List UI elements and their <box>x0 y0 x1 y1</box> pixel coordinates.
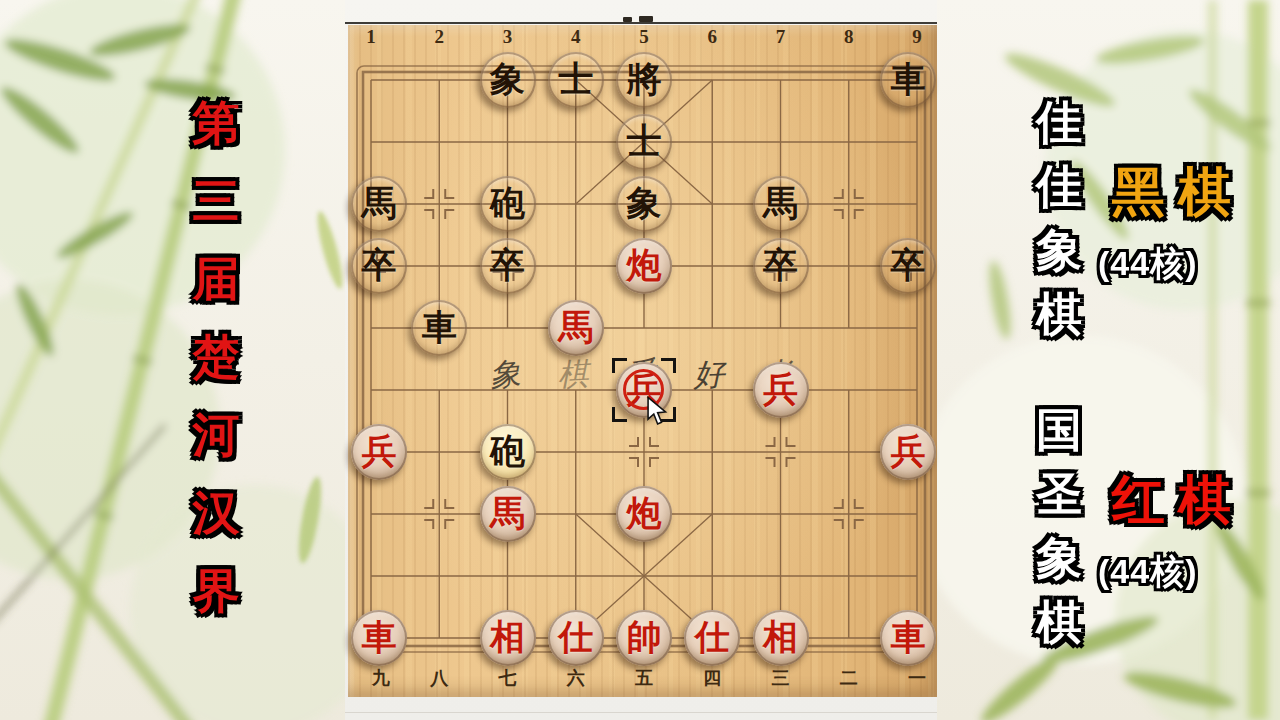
xiangqi-piece-red[interactable]: 車 <box>880 610 936 666</box>
piece-glyph: 車 <box>362 620 397 655</box>
file-label-bottom: 四 <box>703 666 721 690</box>
video-top-edge <box>345 22 937 24</box>
file-label-top: 8 <box>844 26 854 48</box>
piece-glyph: 士 <box>558 62 593 97</box>
xiangqi-piece-black[interactable]: 馬 <box>753 176 809 232</box>
piece-glyph: 炮 <box>627 248 662 283</box>
file-label-bottom: 五 <box>635 666 653 690</box>
engine-name-char: 棋 <box>1036 599 1082 645</box>
xiangqi-piece-red[interactable]: 相 <box>753 610 809 666</box>
xiangqi-piece-black[interactable]: 砲 <box>480 176 536 232</box>
file-label-top: 5 <box>639 26 649 48</box>
piece-glyph: 車 <box>891 62 926 97</box>
file-label-bottom: 一 <box>908 666 926 690</box>
file-label-top: 6 <box>708 26 718 48</box>
xiangqi-piece-red[interactable]: 馬 <box>480 486 536 542</box>
xiangqi-piece-black[interactable]: 卒 <box>351 238 407 294</box>
file-label-bottom: 八 <box>430 666 448 690</box>
xiangqi-piece-black[interactable]: 砲 <box>480 424 536 480</box>
broadcast-frame: 123456789 九八七六五四三二一 象棋爱好者 象士將車士馬砲象馬卒卒炮卒卒… <box>0 0 1280 720</box>
black-engine-name: 佳佳象棋 <box>1033 99 1085 337</box>
cropped-caption-fragment <box>623 17 632 22</box>
event-title-char: 河 <box>193 411 240 458</box>
file-label-bottom: 二 <box>840 666 858 690</box>
file-label-top: 2 <box>435 26 445 48</box>
piece-glyph: 士 <box>627 124 662 159</box>
selection-bracket-corner <box>661 358 676 373</box>
event-title-char: 汉 <box>193 489 240 536</box>
event-title-char: 界 <box>193 567 240 614</box>
xiangqi-piece-black[interactable]: 象 <box>616 176 672 232</box>
xiangqi-piece-black[interactable]: 士 <box>616 114 672 170</box>
file-label-bottom: 九 <box>372 666 390 690</box>
piece-glyph: 馬 <box>362 186 397 221</box>
xiangqi-piece-red[interactable]: 炮 <box>616 486 672 542</box>
xiangqi-piece-black[interactable]: 卒 <box>880 238 936 294</box>
xiangqi-piece-black[interactable]: 象 <box>480 52 536 108</box>
piece-glyph: 卒 <box>490 248 525 283</box>
file-label-top: 9 <box>912 26 922 48</box>
red-engine-name: 国圣象棋 <box>1033 407 1085 645</box>
xiangqi-piece-red[interactable]: 仕 <box>548 610 604 666</box>
engine-name-char: 圣 <box>1036 471 1082 517</box>
xiangqi-piece-red[interactable]: 兵 <box>753 362 809 418</box>
piece-glyph: 卒 <box>891 248 926 283</box>
file-label-top: 3 <box>503 26 513 48</box>
red-engine-cores: (44核) <box>1098 549 1197 595</box>
event-title-char: 届 <box>193 255 240 302</box>
piece-glyph: 帥 <box>627 620 662 655</box>
piece-glyph: 仕 <box>558 620 593 655</box>
piece-glyph: 相 <box>490 620 525 655</box>
xiangqi-piece-red[interactable]: 相 <box>480 610 536 666</box>
xiangqi-piece-black[interactable]: 車 <box>880 52 936 108</box>
mouse-cursor <box>646 396 668 426</box>
river-watermark-char: 好 <box>693 353 725 396</box>
cropped-caption-fragment <box>639 16 653 22</box>
piece-glyph: 砲 <box>490 434 525 469</box>
xiangqi-piece-black[interactable]: 士 <box>548 52 604 108</box>
black-side-label: 黑棋 <box>1112 157 1244 229</box>
piece-glyph: 相 <box>763 620 798 655</box>
engine-name-char: 国 <box>1036 407 1082 453</box>
piece-glyph: 兵 <box>763 372 798 407</box>
xiangqi-piece-black[interactable]: 卒 <box>480 238 536 294</box>
piece-glyph: 象 <box>627 186 662 221</box>
piece-glyph: 兵 <box>891 434 926 469</box>
black-engine-cores: (44核) <box>1098 241 1197 287</box>
engine-name-char: 棋 <box>1036 291 1082 337</box>
event-title-char: 楚 <box>193 333 240 380</box>
piece-glyph: 車 <box>422 310 457 345</box>
xiangqi-piece-red[interactable]: 帥 <box>616 610 672 666</box>
river-watermark-char: 棋 <box>556 353 589 397</box>
piece-glyph: 兵 <box>362 434 397 469</box>
xiangqi-piece-red[interactable]: 兵 <box>351 424 407 480</box>
piece-glyph: 仕 <box>695 620 730 655</box>
event-title-banner: 第三届楚河汉界 <box>189 99 243 614</box>
file-label-bottom: 三 <box>772 666 790 690</box>
piece-glyph: 車 <box>891 620 926 655</box>
engine-name-char: 佳 <box>1036 99 1082 145</box>
xiangqi-piece-black[interactable]: 將 <box>616 52 672 108</box>
xiangqi-piece-black[interactable]: 車 <box>411 300 467 356</box>
file-label-bottom: 六 <box>567 666 585 690</box>
xiangqi-piece-red[interactable]: 仕 <box>684 610 740 666</box>
piece-glyph: 將 <box>627 62 662 97</box>
piece-glyph: 馬 <box>763 186 798 221</box>
file-label-top: 1 <box>366 26 376 48</box>
xiangqi-piece-red[interactable]: 炮 <box>616 238 672 294</box>
xiangqi-piece-black[interactable]: 馬 <box>351 176 407 232</box>
piece-glyph: 馬 <box>558 310 593 345</box>
selection-bracket-corner <box>612 358 627 373</box>
file-label-top: 7 <box>776 26 786 48</box>
video-frame: 123456789 九八七六五四三二一 象棋爱好者 象士將車士馬砲象馬卒卒炮卒卒… <box>345 0 937 720</box>
selection-bracket-corner <box>612 407 627 422</box>
file-label-bottom: 七 <box>499 666 517 690</box>
xiangqi-board[interactable]: 123456789 九八七六五四三二一 象棋爱好者 象士將車士馬砲象馬卒卒炮卒卒… <box>348 25 937 697</box>
file-label-top: 4 <box>571 26 581 48</box>
event-title-char: 第 <box>193 99 240 146</box>
piece-glyph: 象 <box>490 62 525 97</box>
xiangqi-piece-black[interactable]: 卒 <box>753 238 809 294</box>
xiangqi-piece-red[interactable]: 馬 <box>548 300 604 356</box>
engine-name-char: 象 <box>1036 535 1082 581</box>
piece-glyph: 卒 <box>763 248 798 283</box>
engine-name-char: 佳 <box>1036 163 1082 209</box>
red-side-label: 红棋 <box>1112 465 1244 537</box>
event-title-char: 三 <box>193 177 240 224</box>
river-watermark-char: 象 <box>487 352 522 397</box>
xiangqi-piece-red[interactable]: 兵 <box>880 424 936 480</box>
piece-glyph: 砲 <box>490 186 525 221</box>
piece-glyph: 馬 <box>490 496 525 531</box>
piece-glyph: 炮 <box>627 496 662 531</box>
xiangqi-piece-red[interactable]: 車 <box>351 610 407 666</box>
piece-glyph: 卒 <box>362 248 397 283</box>
video-bottom-edge <box>345 712 937 713</box>
engine-name-char: 象 <box>1036 227 1082 273</box>
